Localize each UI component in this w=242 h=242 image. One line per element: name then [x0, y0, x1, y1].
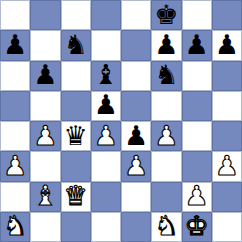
- square-g2[interactable]: ♟: [182, 182, 212, 212]
- square-a8[interactable]: [0, 0, 30, 30]
- square-b1[interactable]: [30, 212, 60, 242]
- black-knight[interactable]: ♞: [154, 61, 178, 88]
- white-king[interactable]: ♚: [185, 212, 209, 239]
- white-queen[interactable]: ♛: [64, 182, 88, 209]
- square-d7[interactable]: [91, 30, 121, 60]
- square-d3[interactable]: [91, 151, 121, 181]
- square-f8[interactable]: ♚: [151, 0, 181, 30]
- square-f4[interactable]: ♟: [151, 121, 181, 151]
- square-g4[interactable]: [182, 121, 212, 151]
- square-c3[interactable]: [61, 151, 91, 181]
- black-pawn[interactable]: ♟: [185, 31, 209, 58]
- square-a1[interactable]: ♞: [0, 212, 30, 242]
- square-e5[interactable]: [121, 91, 151, 121]
- square-c2[interactable]: ♛: [61, 182, 91, 212]
- square-g7[interactable]: ♟: [182, 30, 212, 60]
- white-knight[interactable]: ♞: [3, 212, 27, 239]
- square-a2[interactable]: [0, 182, 30, 212]
- white-pawn[interactable]: ♟: [33, 122, 57, 149]
- square-f2[interactable]: [151, 182, 181, 212]
- square-b8[interactable]: [30, 0, 60, 30]
- square-c6[interactable]: [61, 61, 91, 91]
- white-pawn[interactable]: ♟: [154, 122, 178, 149]
- white-pawn[interactable]: ♟: [124, 152, 148, 179]
- square-g3[interactable]: [182, 151, 212, 181]
- square-b2[interactable]: ♝: [30, 182, 60, 212]
- square-h3[interactable]: ♟: [212, 151, 242, 181]
- square-e2[interactable]: [121, 182, 151, 212]
- square-g6[interactable]: [182, 61, 212, 91]
- square-e1[interactable]: [121, 212, 151, 242]
- white-pawn[interactable]: ♟: [3, 152, 27, 179]
- square-f7[interactable]: ♟: [151, 30, 181, 60]
- square-g5[interactable]: [182, 91, 212, 121]
- black-pawn[interactable]: ♟: [124, 122, 148, 149]
- square-e4[interactable]: ♟: [121, 121, 151, 151]
- black-king[interactable]: ♚: [154, 1, 178, 28]
- black-pawn[interactable]: ♟: [33, 61, 57, 88]
- square-f3[interactable]: [151, 151, 181, 181]
- square-c4[interactable]: ♛: [61, 121, 91, 151]
- chess-board: ♚♟♞♟♟♟♟♝♞♟♟♛♟♟♟♟♟♟♝♛♟♞♞♚: [0, 0, 242, 242]
- square-d4[interactable]: ♟: [91, 121, 121, 151]
- square-a4[interactable]: [0, 121, 30, 151]
- square-e7[interactable]: [121, 30, 151, 60]
- square-e6[interactable]: [121, 61, 151, 91]
- square-a7[interactable]: ♟: [0, 30, 30, 60]
- square-h2[interactable]: [212, 182, 242, 212]
- square-h5[interactable]: [212, 91, 242, 121]
- square-c1[interactable]: [61, 212, 91, 242]
- square-a3[interactable]: ♟: [0, 151, 30, 181]
- square-d8[interactable]: [91, 0, 121, 30]
- square-h6[interactable]: [212, 61, 242, 91]
- square-d1[interactable]: [91, 212, 121, 242]
- white-knight[interactable]: ♞: [154, 212, 178, 239]
- black-bishop[interactable]: ♝: [94, 61, 118, 88]
- white-pawn[interactable]: ♟: [94, 122, 118, 149]
- square-h4[interactable]: [212, 121, 242, 151]
- white-pawn[interactable]: ♟: [185, 182, 209, 209]
- square-f6[interactable]: ♞: [151, 61, 181, 91]
- black-pawn[interactable]: ♟: [215, 31, 239, 58]
- black-knight[interactable]: ♞: [64, 31, 88, 58]
- square-e8[interactable]: [121, 0, 151, 30]
- square-f5[interactable]: [151, 91, 181, 121]
- black-queen[interactable]: ♛: [64, 122, 88, 149]
- square-g8[interactable]: [182, 0, 212, 30]
- square-c5[interactable]: [61, 91, 91, 121]
- square-f1[interactable]: ♞: [151, 212, 181, 242]
- square-c7[interactable]: ♞: [61, 30, 91, 60]
- square-c8[interactable]: [61, 0, 91, 30]
- square-d5[interactable]: ♟: [91, 91, 121, 121]
- square-e3[interactable]: ♟: [121, 151, 151, 181]
- square-b3[interactable]: [30, 151, 60, 181]
- square-h7[interactable]: ♟: [212, 30, 242, 60]
- black-pawn[interactable]: ♟: [3, 31, 27, 58]
- square-b6[interactable]: ♟: [30, 61, 60, 91]
- black-pawn[interactable]: ♟: [154, 31, 178, 58]
- square-h8[interactable]: [212, 0, 242, 30]
- black-pawn[interactable]: ♟: [94, 91, 118, 118]
- square-b5[interactable]: [30, 91, 60, 121]
- square-b7[interactable]: [30, 30, 60, 60]
- square-g1[interactable]: ♚: [182, 212, 212, 242]
- square-d6[interactable]: ♝: [91, 61, 121, 91]
- square-a6[interactable]: [0, 61, 30, 91]
- square-h1[interactable]: [212, 212, 242, 242]
- square-a5[interactable]: [0, 91, 30, 121]
- white-pawn[interactable]: ♟: [215, 152, 239, 179]
- square-d2[interactable]: [91, 182, 121, 212]
- square-b4[interactable]: ♟: [30, 121, 60, 151]
- white-bishop[interactable]: ♝: [33, 182, 57, 209]
